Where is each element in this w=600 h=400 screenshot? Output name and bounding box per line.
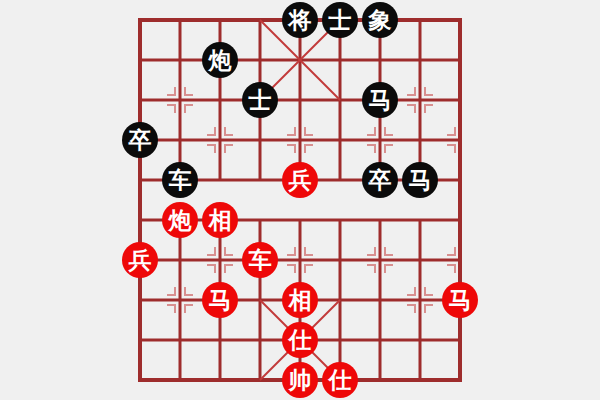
piece-red-advisor[interactable]: 仕 xyxy=(282,322,318,358)
piece-red-cannon[interactable]: 炮 xyxy=(162,202,198,238)
piece-black-horse[interactable]: 马 xyxy=(402,162,438,198)
piece-black-general[interactable]: 将 xyxy=(282,2,318,38)
piece-black-horse[interactable]: 马 xyxy=(362,82,398,118)
piece-red-elephant[interactable]: 相 xyxy=(282,282,318,318)
piece-red-horse[interactable]: 马 xyxy=(202,282,238,318)
piece-red-chariot[interactable]: 车 xyxy=(242,242,278,278)
xiangqi-app: 将士象炮士马卒车兵卒马炮相兵车马相马仕帅仕 xyxy=(0,0,600,400)
piece-red-elephant[interactable]: 相 xyxy=(202,202,238,238)
piece-black-soldier[interactable]: 卒 xyxy=(362,162,398,198)
piece-red-general[interactable]: 帅 xyxy=(282,362,318,398)
piece-black-advisor[interactable]: 士 xyxy=(242,82,278,118)
piece-black-advisor[interactable]: 士 xyxy=(322,2,358,38)
piece-red-horse[interactable]: 马 xyxy=(442,282,478,318)
piece-black-elephant[interactable]: 象 xyxy=(362,2,398,38)
piece-black-soldier[interactable]: 卒 xyxy=(122,122,158,158)
board-grid: 将士象炮士马卒车兵卒马炮相兵车马相马仕帅仕 xyxy=(120,0,480,400)
piece-red-soldier[interactable]: 兵 xyxy=(282,162,318,198)
piece-black-cannon[interactable]: 炮 xyxy=(202,42,238,78)
piece-red-advisor[interactable]: 仕 xyxy=(322,362,358,398)
piece-red-soldier[interactable]: 兵 xyxy=(122,242,158,278)
piece-black-chariot[interactable]: 车 xyxy=(162,162,198,198)
